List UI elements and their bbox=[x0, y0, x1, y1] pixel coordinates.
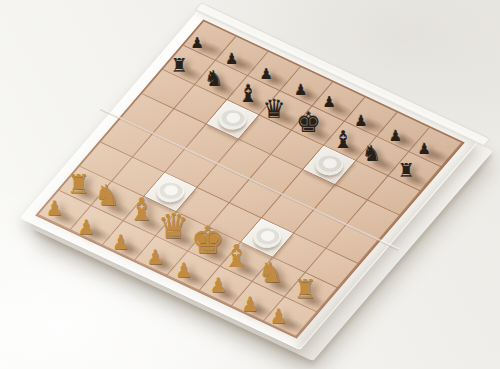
photo-stage: ♟♟♟♟♟♟♟♟♜♞♝♛♚♝♞♜♜♞♝♛♚♝♞♜♟♟♟♟♟♟♟♟ bbox=[0, 0, 500, 369]
black-knight: ♞ bbox=[204, 68, 224, 90]
wood-pawn: ♟ bbox=[174, 260, 192, 280]
wood-rook: ♜ bbox=[66, 171, 89, 197]
black-pawn: ♟ bbox=[388, 129, 401, 144]
black-king: ♚ bbox=[296, 109, 321, 137]
chess-board: ♟♟♟♟♟♟♟♟♜♞♝♛♚♝♞♜♜♞♝♛♚♝♞♜♟♟♟♟♟♟♟♟ bbox=[35, 19, 464, 338]
black-pawn: ♟ bbox=[225, 52, 238, 67]
wood-pawn: ♟ bbox=[111, 232, 129, 252]
black-queen: ♛ bbox=[262, 95, 285, 121]
black-pawn: ♟ bbox=[259, 67, 272, 82]
wood-rook: ♜ bbox=[293, 276, 316, 302]
black-pawn: ♟ bbox=[417, 141, 430, 156]
wood-pawn: ♟ bbox=[241, 294, 259, 314]
wood-pawn: ♟ bbox=[269, 306, 287, 326]
black-rook: ♜ bbox=[170, 56, 187, 75]
black-bishop: ♝ bbox=[237, 82, 259, 106]
wood-queen: ♛ bbox=[157, 209, 188, 244]
wood-pawn: ♟ bbox=[209, 275, 227, 295]
black-bishop: ♝ bbox=[332, 128, 354, 152]
wood-pawn: ♟ bbox=[45, 198, 63, 218]
wood-bishop: ♝ bbox=[222, 240, 250, 271]
black-pawn: ♟ bbox=[354, 113, 367, 128]
wood-pawn: ♟ bbox=[146, 247, 164, 267]
black-knight: ♞ bbox=[361, 143, 381, 165]
wood-pawn: ♟ bbox=[77, 217, 95, 237]
chess-board-frame: ♟♟♟♟♟♟♟♟♜♞♝♛♚♝♞♜♜♞♝♛♚♝♞♜♟♟♟♟♟♟♟♟ bbox=[20, 8, 480, 350]
wood-king: ♚ bbox=[190, 221, 224, 259]
black-pawn: ♟ bbox=[322, 95, 335, 110]
wood-knight: ♞ bbox=[257, 258, 283, 287]
wood-knight: ♞ bbox=[93, 181, 119, 210]
black-pawn: ♟ bbox=[190, 36, 203, 51]
black-pawn: ♟ bbox=[294, 82, 307, 97]
black-rook: ♜ bbox=[397, 161, 414, 180]
wood-bishop: ♝ bbox=[127, 194, 155, 225]
